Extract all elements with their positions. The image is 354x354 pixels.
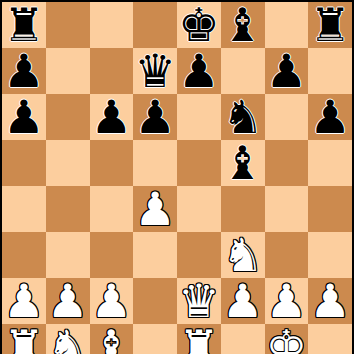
square-f5[interactable]: ♝♝ bbox=[221, 140, 265, 186]
piece-black-knight: ♞♞ bbox=[221, 94, 265, 140]
square-a3[interactable] bbox=[2, 232, 46, 278]
square-c4[interactable] bbox=[90, 186, 134, 232]
square-e8[interactable]: ♚♚ bbox=[177, 2, 221, 48]
piece-white-rook: ♜♜ bbox=[2, 324, 46, 354]
square-f6[interactable]: ♞♞ bbox=[221, 94, 265, 140]
piece-white-bishop: ♝♝ bbox=[90, 324, 134, 354]
square-g5[interactable] bbox=[265, 140, 309, 186]
square-h2[interactable]: ♟♟ bbox=[308, 278, 352, 324]
piece-white-pawn: ♟♟ bbox=[46, 278, 90, 324]
square-a6[interactable]: ♟♟ bbox=[2, 94, 46, 140]
square-g8[interactable] bbox=[265, 2, 309, 48]
piece-white-pawn: ♟♟ bbox=[308, 278, 352, 324]
piece-white-pawn: ♟♟ bbox=[133, 186, 177, 232]
square-d5[interactable] bbox=[133, 140, 177, 186]
square-a1[interactable]: ♜♜ bbox=[2, 324, 46, 354]
square-e4[interactable] bbox=[177, 186, 221, 232]
square-e7[interactable]: ♟♟ bbox=[177, 48, 221, 94]
square-h5[interactable] bbox=[308, 140, 352, 186]
square-d6[interactable]: ♟♟ bbox=[133, 94, 177, 140]
piece-white-pawn: ♟♟ bbox=[221, 278, 265, 324]
square-b2[interactable]: ♟♟ bbox=[46, 278, 90, 324]
chess-board: ♜♜♚♚♝♝♜♜♟♟♛♛♟♟♟♟♟♟♟♟♟♟♞♞♟♟♝♝♟♟♞♞♟♟♟♟♟♟♛♛… bbox=[0, 0, 354, 354]
piece-black-bishop: ♝♝ bbox=[221, 140, 265, 186]
square-d7[interactable]: ♛♛ bbox=[133, 48, 177, 94]
square-e1[interactable]: ♜♜ bbox=[177, 324, 221, 354]
square-e6[interactable] bbox=[177, 94, 221, 140]
square-h1[interactable] bbox=[308, 324, 352, 354]
piece-white-rook: ♜♜ bbox=[177, 324, 221, 354]
square-g1[interactable]: ♚♚ bbox=[265, 324, 309, 354]
square-c6[interactable]: ♟♟ bbox=[90, 94, 134, 140]
piece-black-pawn: ♟♟ bbox=[2, 94, 46, 140]
piece-black-queen: ♛♛ bbox=[133, 48, 177, 94]
square-a5[interactable] bbox=[2, 140, 46, 186]
piece-white-pawn: ♟♟ bbox=[90, 278, 134, 324]
square-e2[interactable]: ♛♛ bbox=[177, 278, 221, 324]
square-b6[interactable] bbox=[46, 94, 90, 140]
square-h8[interactable]: ♜♜ bbox=[308, 2, 352, 48]
piece-white-knight: ♞♞ bbox=[46, 324, 90, 354]
square-c1[interactable]: ♝♝ bbox=[90, 324, 134, 354]
square-b3[interactable] bbox=[46, 232, 90, 278]
square-f4[interactable] bbox=[221, 186, 265, 232]
piece-black-pawn: ♟♟ bbox=[90, 94, 134, 140]
square-a7[interactable]: ♟♟ bbox=[2, 48, 46, 94]
square-c7[interactable] bbox=[90, 48, 134, 94]
piece-black-pawn: ♟♟ bbox=[133, 94, 177, 140]
square-c2[interactable]: ♟♟ bbox=[90, 278, 134, 324]
piece-white-pawn: ♟♟ bbox=[265, 278, 309, 324]
square-c3[interactable] bbox=[90, 232, 134, 278]
square-c5[interactable] bbox=[90, 140, 134, 186]
piece-black-pawn: ♟♟ bbox=[177, 48, 221, 94]
square-f2[interactable]: ♟♟ bbox=[221, 278, 265, 324]
piece-black-pawn: ♟♟ bbox=[265, 48, 309, 94]
square-a8[interactable]: ♜♜ bbox=[2, 2, 46, 48]
square-d4[interactable]: ♟♟ bbox=[133, 186, 177, 232]
square-f1[interactable] bbox=[221, 324, 265, 354]
square-b4[interactable] bbox=[46, 186, 90, 232]
square-g3[interactable] bbox=[265, 232, 309, 278]
square-d2[interactable] bbox=[133, 278, 177, 324]
square-e3[interactable] bbox=[177, 232, 221, 278]
piece-black-king: ♚♚ bbox=[177, 2, 221, 48]
square-g2[interactable]: ♟♟ bbox=[265, 278, 309, 324]
square-g6[interactable] bbox=[265, 94, 309, 140]
square-b1[interactable]: ♞♞ bbox=[46, 324, 90, 354]
square-d1[interactable] bbox=[133, 324, 177, 354]
square-e5[interactable] bbox=[177, 140, 221, 186]
square-d8[interactable] bbox=[133, 2, 177, 48]
piece-black-pawn: ♟♟ bbox=[308, 94, 352, 140]
square-g7[interactable]: ♟♟ bbox=[265, 48, 309, 94]
square-d3[interactable] bbox=[133, 232, 177, 278]
square-h6[interactable]: ♟♟ bbox=[308, 94, 352, 140]
square-b8[interactable] bbox=[46, 2, 90, 48]
square-b7[interactable] bbox=[46, 48, 90, 94]
piece-black-rook: ♜♜ bbox=[2, 2, 46, 48]
piece-white-pawn: ♟♟ bbox=[2, 278, 46, 324]
square-c8[interactable] bbox=[90, 2, 134, 48]
square-f3[interactable]: ♞♞ bbox=[221, 232, 265, 278]
square-g4[interactable] bbox=[265, 186, 309, 232]
piece-white-king: ♚♚ bbox=[265, 324, 309, 354]
square-f8[interactable]: ♝♝ bbox=[221, 2, 265, 48]
piece-black-pawn: ♟♟ bbox=[2, 48, 46, 94]
square-a2[interactable]: ♟♟ bbox=[2, 278, 46, 324]
piece-black-rook: ♜♜ bbox=[308, 2, 352, 48]
square-h4[interactable] bbox=[308, 186, 352, 232]
square-b5[interactable] bbox=[46, 140, 90, 186]
square-f7[interactable] bbox=[221, 48, 265, 94]
square-h7[interactable] bbox=[308, 48, 352, 94]
square-a4[interactable] bbox=[2, 186, 46, 232]
piece-white-queen: ♛♛ bbox=[177, 278, 221, 324]
square-h3[interactable] bbox=[308, 232, 352, 278]
piece-black-bishop: ♝♝ bbox=[221, 2, 265, 48]
piece-white-knight: ♞♞ bbox=[221, 232, 265, 278]
